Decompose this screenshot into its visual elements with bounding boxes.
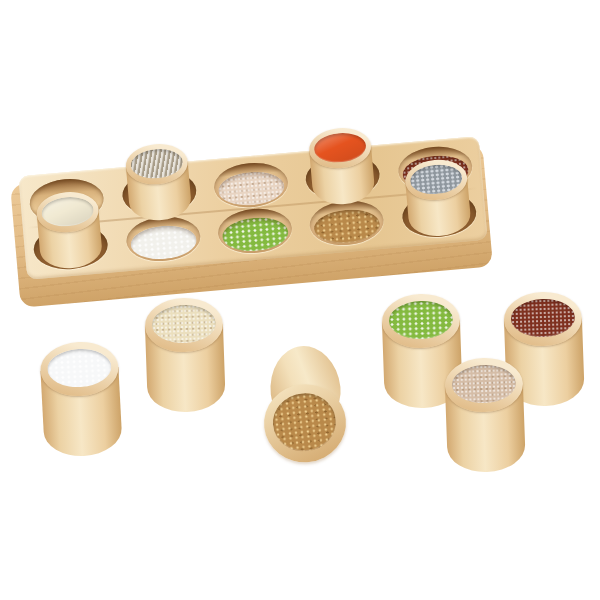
loose-cylinder-tan-sand[interactable] [444, 357, 526, 474]
texture-face-cream_smooth [41, 195, 95, 228]
scene [0, 0, 600, 600]
texture-face-cork [270, 390, 339, 454]
sensory-board [18, 136, 487, 280]
texture-pad-pink_sand [217, 169, 286, 208]
board-cylinder-orange_smooth[interactable] [308, 126, 376, 207]
texture-face-grey_studs [409, 163, 463, 196]
hole-back-3[interactable] [212, 160, 290, 210]
texture-face-orange_smooth [313, 131, 367, 164]
texture-face-beige-sand [151, 304, 216, 344]
texture-pad-white_fleece [129, 223, 198, 262]
loose-cylinder-bright-white[interactable] [39, 340, 123, 458]
board-cylinder-ribbed_corduroy[interactable] [124, 142, 192, 223]
board-cylinder-grey_studs[interactable] [403, 157, 471, 238]
texture-face-tan-sand [451, 364, 516, 404]
hole-front-3[interactable] [216, 206, 294, 256]
texture-pad-green_felt [221, 215, 290, 254]
texture-pad-cork [313, 207, 382, 246]
loose-cylinder-beige-sand[interactable] [144, 297, 226, 414]
texture-face-maroon-sand [510, 298, 575, 338]
front-cell-1 [23, 220, 119, 274]
board-cylinder-cream_smooth[interactable] [35, 190, 103, 271]
back-cell-2 [111, 166, 207, 220]
front-cell-3 [207, 204, 303, 258]
texture-face-white [46, 347, 112, 388]
loose-cylinder-cork-tipped[interactable] [256, 342, 356, 467]
texture-face-ribbed_corduroy [129, 147, 183, 180]
back-cell-4 [295, 150, 391, 204]
texture-face-green-felt [388, 300, 453, 340]
back-cell-3 [203, 158, 299, 212]
front-cell-5 [391, 188, 487, 242]
